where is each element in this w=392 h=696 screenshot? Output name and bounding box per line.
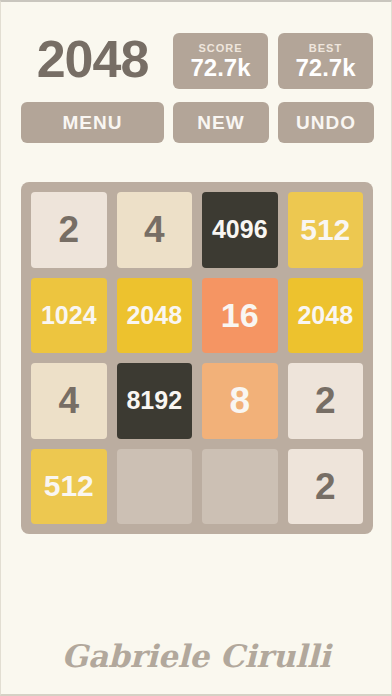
menu-button[interactable]: MENU [21,102,164,143]
best-label: BEST [309,42,342,54]
tile-1024: 1024 [31,278,107,354]
best-box: BEST 72.7k [278,33,373,89]
score-value: 72.7k [190,56,250,80]
tile-2048: 2048 [288,278,364,354]
tile-2: 2 [288,363,364,439]
tile-4: 4 [31,363,107,439]
score-box: SCORE 72.7k [173,33,268,89]
game-board[interactable]: 2 4 4096 512 1024 2048 16 2048 4 8192 8 … [21,182,373,534]
tile-2048: 2048 [117,278,193,354]
app-window: 2048 SCORE 72.7k BEST 72.7k MENU NEW UND… [0,0,392,696]
tile-16: 16 [202,278,278,354]
empty-cell [202,449,278,525]
tile-8: 8 [202,363,278,439]
tile-512: 512 [288,192,364,268]
tile-2: 2 [31,192,107,268]
undo-button[interactable]: UNDO [278,102,374,143]
tile-4096: 4096 [202,192,278,268]
tile-2: 2 [288,449,364,525]
tile-512: 512 [31,449,107,525]
new-game-button[interactable]: NEW [173,102,269,143]
tile-8192: 8192 [117,363,193,439]
best-value: 72.7k [295,56,355,80]
score-label: SCORE [198,42,242,54]
author-credit: Gabriele Cirulli [1,630,391,682]
game-title: 2048 [21,28,164,90]
empty-cell [117,449,193,525]
tile-4: 4 [117,192,193,268]
